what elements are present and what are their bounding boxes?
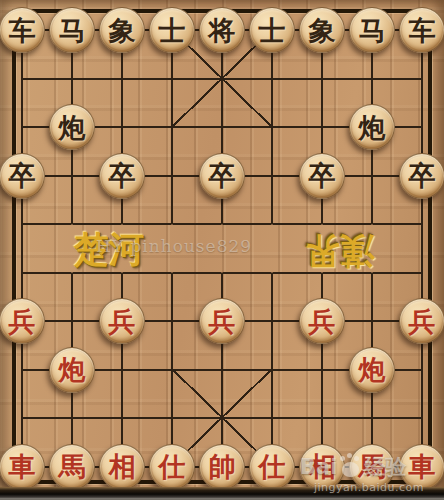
piece-character: 兵 xyxy=(409,308,436,335)
piece-red-soldier[interactable]: 兵 xyxy=(399,298,444,344)
piece-black-elephant[interactable]: 象 xyxy=(299,7,345,53)
piece-black-soldier[interactable]: 卒 xyxy=(299,153,345,199)
piece-character: 士 xyxy=(159,17,186,44)
baidu-brand-watermark: Bai 经验 xyxy=(300,453,406,481)
piece-character: 馬 xyxy=(59,453,86,480)
piece-character: 卒 xyxy=(409,162,436,189)
piece-character: 马 xyxy=(359,17,386,44)
piece-character: 相 xyxy=(109,453,136,480)
piece-character: 象 xyxy=(109,17,136,44)
piece-red-elephant[interactable]: 相 xyxy=(99,444,145,490)
piece-black-soldier[interactable]: 卒 xyxy=(399,153,444,199)
piece-character: 炮 xyxy=(359,114,386,141)
paw-icon xyxy=(342,462,359,477)
piece-character: 炮 xyxy=(59,356,86,383)
piece-red-general[interactable]: 帥 xyxy=(199,444,245,490)
piece-character: 象 xyxy=(309,17,336,44)
piece-character: 卒 xyxy=(109,162,136,189)
piece-character: 士 xyxy=(259,17,286,44)
piece-character: 帥 xyxy=(209,453,236,480)
piece-black-advisor[interactable]: 士 xyxy=(149,7,195,53)
piece-red-chariot[interactable]: 車 xyxy=(0,444,45,490)
piece-character: 卒 xyxy=(9,162,36,189)
brand-prefix: Bai xyxy=(300,455,337,479)
piece-red-horse[interactable]: 馬 xyxy=(49,444,95,490)
piece-red-soldier[interactable]: 兵 xyxy=(99,298,145,344)
piece-red-advisor[interactable]: 仕 xyxy=(149,444,195,490)
piece-character: 兵 xyxy=(109,308,136,335)
piece-character: 车 xyxy=(9,17,36,44)
piece-black-cannon[interactable]: 炮 xyxy=(349,104,395,150)
piece-black-elephant[interactable]: 象 xyxy=(99,7,145,53)
piece-character: 兵 xyxy=(209,308,236,335)
piece-red-cannon[interactable]: 炮 xyxy=(49,347,95,393)
piece-black-soldier[interactable]: 卒 xyxy=(0,153,45,199)
piece-character: 車 xyxy=(9,453,36,480)
piece-black-horse[interactable]: 马 xyxy=(349,7,395,53)
piece-black-cannon[interactable]: 炮 xyxy=(49,104,95,150)
piece-red-advisor[interactable]: 仕 xyxy=(249,444,295,490)
piece-black-soldier[interactable]: 卒 xyxy=(199,153,245,199)
piece-character: 仕 xyxy=(159,453,186,480)
piece-black-chariot[interactable]: 车 xyxy=(0,7,45,53)
piece-character: 车 xyxy=(409,17,436,44)
brand-suffix: 经验 xyxy=(364,453,406,481)
piece-character: 炮 xyxy=(59,114,86,141)
xiangqi-board[interactable]: 楚河 漢界 HY pinhouse829 车马象士将士象马车炮炮卒卒卒卒卒兵兵兵… xyxy=(0,0,444,500)
baidu-url-watermark: jingyan.baidu.com xyxy=(314,481,424,494)
piece-character: 兵 xyxy=(9,308,36,335)
piece-black-horse[interactable]: 马 xyxy=(49,7,95,53)
pieces-layer: 车马象士将士象马车炮炮卒卒卒卒卒兵兵兵兵兵炮炮車馬相仕帥仕相馬車 xyxy=(0,0,444,500)
piece-character: 卒 xyxy=(309,162,336,189)
piece-black-general[interactable]: 将 xyxy=(199,7,245,53)
piece-character: 兵 xyxy=(309,308,336,335)
piece-character: 将 xyxy=(209,17,236,44)
piece-character: 車 xyxy=(409,453,436,480)
piece-character: 马 xyxy=(59,17,86,44)
piece-red-cannon[interactable]: 炮 xyxy=(349,347,395,393)
piece-black-soldier[interactable]: 卒 xyxy=(99,153,145,199)
piece-black-advisor[interactable]: 士 xyxy=(249,7,295,53)
piece-black-chariot[interactable]: 车 xyxy=(399,7,444,53)
piece-red-soldier[interactable]: 兵 xyxy=(0,298,45,344)
piece-red-soldier[interactable]: 兵 xyxy=(299,298,345,344)
piece-character: 卒 xyxy=(209,162,236,189)
piece-character: 仕 xyxy=(259,453,286,480)
piece-character: 炮 xyxy=(359,356,386,383)
piece-red-soldier[interactable]: 兵 xyxy=(199,298,245,344)
